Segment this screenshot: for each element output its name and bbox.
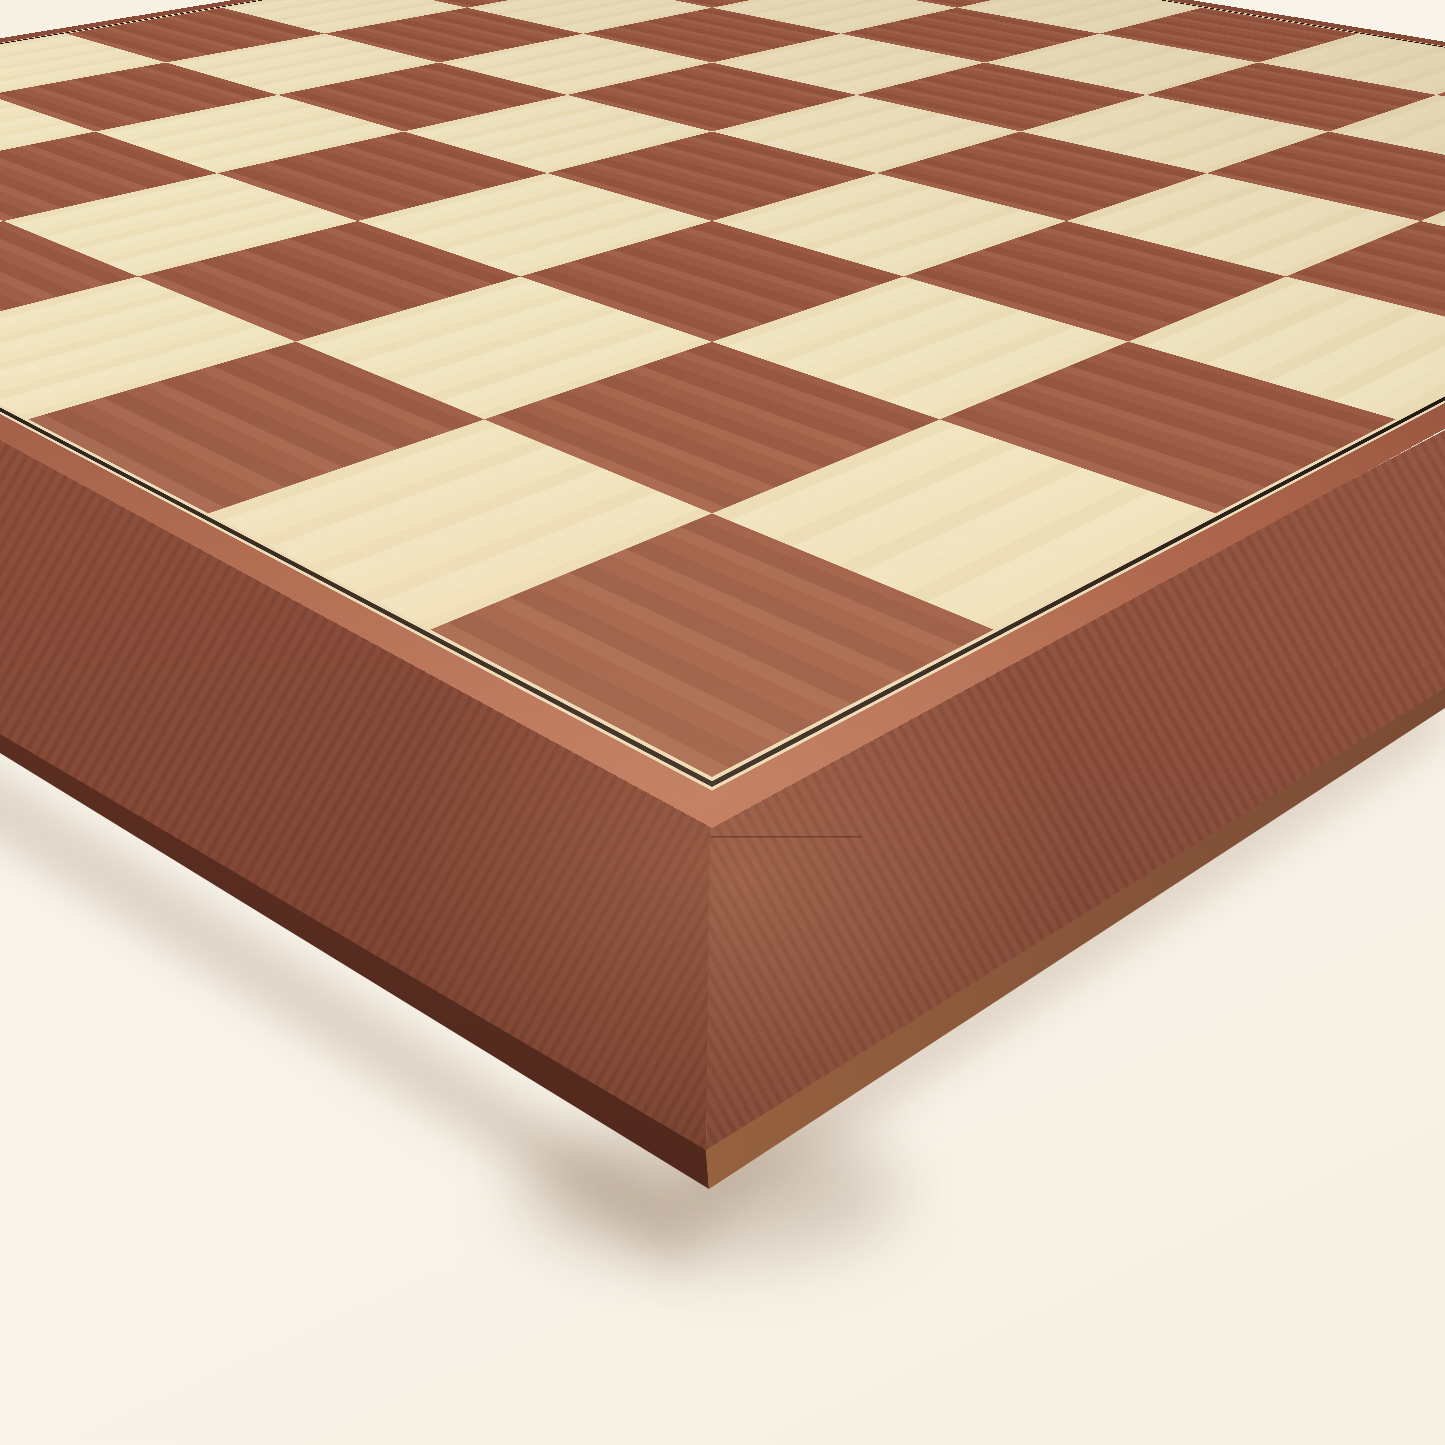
board-photo-scene <box>0 0 1445 1445</box>
frame-miter-seam <box>711 836 862 838</box>
